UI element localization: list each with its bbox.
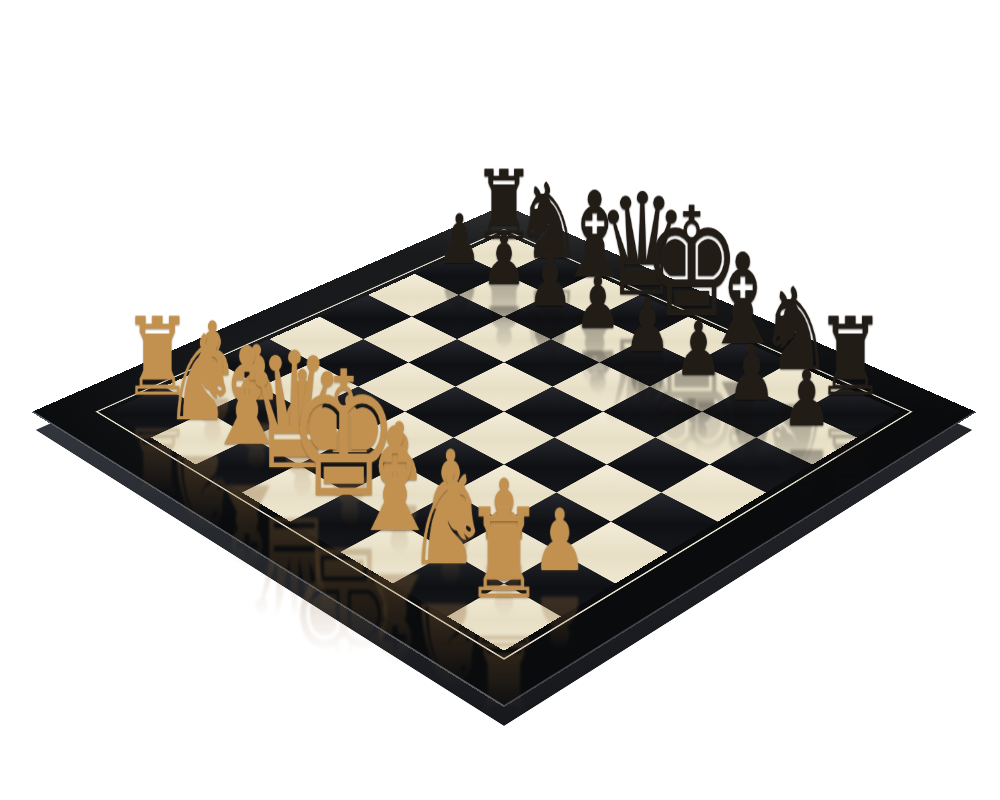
- board-squares: [108, 234, 900, 651]
- chess-board: [32, 205, 977, 707]
- square-e4: [454, 412, 555, 465]
- chess-set-photo: ♜♜♞♞♝♝♛♛♚♚♝♝♞♞♜♜♟♟♟♟♟♟♟♟♟♟♟♟♟♟♟♟♟♟♟♟♟♟♟♟…: [0, 0, 1000, 800]
- square-h1: [447, 584, 561, 651]
